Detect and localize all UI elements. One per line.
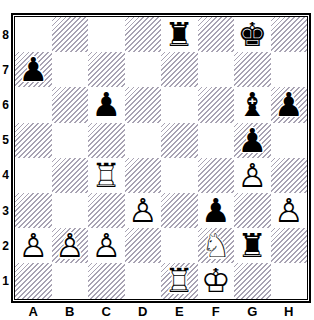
square-a8[interactable]: [15, 17, 52, 52]
square-g6[interactable]: ♝: [234, 87, 271, 122]
square-b6[interactable]: [52, 87, 89, 122]
rank-label-2: 2: [0, 228, 11, 263]
black-piece-glyph: ♚: [234, 17, 271, 52]
square-f5[interactable]: [198, 123, 235, 158]
rank-label-1: 1: [0, 263, 11, 298]
white-piece-outline: ♖: [161, 263, 198, 298]
square-h5[interactable]: [271, 123, 308, 158]
square-c4[interactable]: ♜♖: [88, 158, 125, 193]
square-b8[interactable]: [52, 17, 89, 52]
black-piece-glyph: ♜: [234, 228, 271, 263]
square-e8[interactable]: ♜: [161, 17, 198, 52]
square-d8[interactable]: [125, 17, 162, 52]
square-d3[interactable]: ♟♙: [125, 193, 162, 228]
white-rook[interactable]: ♜♖: [88, 158, 125, 193]
square-d1[interactable]: [125, 263, 162, 298]
square-b3[interactable]: [52, 193, 89, 228]
white-pawn[interactable]: ♟♙: [52, 228, 89, 263]
square-c1[interactable]: [88, 263, 125, 298]
file-label-f: F: [198, 304, 235, 319]
black-bishop[interactable]: ♝: [234, 87, 271, 122]
white-piece-outline: ♖: [88, 158, 125, 193]
black-piece-glyph: ♟: [15, 52, 52, 87]
square-e5[interactable]: [161, 123, 198, 158]
black-piece-glyph: ♟: [198, 193, 235, 228]
white-piece-outline: ♙: [15, 228, 52, 263]
square-g3[interactable]: [234, 193, 271, 228]
black-pawn[interactable]: ♟: [15, 52, 52, 87]
square-a6[interactable]: [15, 87, 52, 122]
square-b5[interactable]: [52, 123, 89, 158]
black-pawn[interactable]: ♟: [271, 87, 308, 122]
file-label-a: A: [15, 304, 52, 319]
square-e1[interactable]: ♜♖: [161, 263, 198, 298]
square-f2[interactable]: ♞♘: [198, 228, 235, 263]
square-d6[interactable]: [125, 87, 162, 122]
square-b7[interactable]: [52, 52, 89, 87]
square-f1[interactable]: ♚♔: [198, 263, 235, 298]
square-f3[interactable]: ♟: [198, 193, 235, 228]
square-f8[interactable]: [198, 17, 235, 52]
square-c7[interactable]: [88, 52, 125, 87]
square-h3[interactable]: ♟♙: [271, 193, 308, 228]
black-piece-glyph: ♟: [271, 87, 308, 122]
square-h1[interactable]: [271, 263, 308, 298]
square-d2[interactable]: [125, 228, 162, 263]
black-king[interactable]: ♚: [234, 17, 271, 52]
square-d4[interactable]: [125, 158, 162, 193]
square-g5[interactable]: ♟: [234, 123, 271, 158]
square-f6[interactable]: [198, 87, 235, 122]
square-c2[interactable]: ♟♙: [88, 228, 125, 263]
square-g8[interactable]: ♚: [234, 17, 271, 52]
square-g2[interactable]: ♜: [234, 228, 271, 263]
white-piece-outline: ♘: [198, 228, 235, 263]
rank-label-7: 7: [0, 52, 11, 87]
rank-label-4: 4: [0, 158, 11, 193]
square-f4[interactable]: [198, 158, 235, 193]
black-piece-glyph: ♝: [234, 87, 271, 122]
square-c8[interactable]: [88, 17, 125, 52]
white-king[interactable]: ♚♔: [198, 263, 235, 298]
black-rook[interactable]: ♜: [234, 228, 271, 263]
chess-diagram: 87654321 ♜♚♟♟♝♟♟♜♖♟♙♟♙♟♟♙♟♙♟♙♟♙♞♘♜♜♖♚♔ A…: [0, 0, 314, 320]
square-a7[interactable]: ♟: [15, 52, 52, 87]
square-a5[interactable]: [15, 123, 52, 158]
file-labels: ABCDEFGH: [15, 304, 307, 319]
square-d5[interactable]: [125, 123, 162, 158]
rank-label-3: 3: [0, 193, 11, 228]
file-label-g: G: [234, 304, 271, 319]
white-piece-outline: ♙: [125, 193, 162, 228]
square-e2[interactable]: [161, 228, 198, 263]
rank-label-6: 6: [0, 87, 11, 122]
board-grid: ♜♚♟♟♝♟♟♜♖♟♙♟♙♟♟♙♟♙♟♙♟♙♞♘♜♜♖♚♔: [14, 16, 308, 300]
white-piece-outline: ♙: [52, 228, 89, 263]
square-g1[interactable]: [234, 263, 271, 298]
white-knight[interactable]: ♞♘: [198, 228, 235, 263]
black-pawn[interactable]: ♟: [234, 123, 271, 158]
white-piece-outline: ♙: [271, 193, 308, 228]
square-h8[interactable]: [271, 17, 308, 52]
square-d7[interactable]: [125, 52, 162, 87]
square-e3[interactable]: [161, 193, 198, 228]
square-e6[interactable]: [161, 87, 198, 122]
white-pawn[interactable]: ♟♙: [271, 193, 308, 228]
square-a1[interactable]: [15, 263, 52, 298]
square-h2[interactable]: [271, 228, 308, 263]
black-rook[interactable]: ♜: [161, 17, 198, 52]
white-pawn[interactable]: ♟♙: [125, 193, 162, 228]
rank-labels: 87654321: [0, 17, 11, 299]
white-pawn[interactable]: ♟♙: [88, 228, 125, 263]
square-b2[interactable]: ♟♙: [52, 228, 89, 263]
square-g7[interactable]: [234, 52, 271, 87]
file-label-h: H: [271, 304, 308, 319]
square-f7[interactable]: [198, 52, 235, 87]
square-a2[interactable]: ♟♙: [15, 228, 52, 263]
square-b4[interactable]: [52, 158, 89, 193]
white-piece-outline: ♔: [198, 263, 235, 298]
file-label-d: D: [125, 304, 162, 319]
black-piece-glyph: ♟: [88, 87, 125, 122]
file-label-b: B: [52, 304, 89, 319]
square-a4[interactable]: [15, 158, 52, 193]
chess-board: ♜♚♟♟♝♟♟♜♖♟♙♟♙♟♟♙♟♙♟♙♟♙♞♘♜♜♖♚♔: [11, 13, 311, 303]
square-h7[interactable]: [271, 52, 308, 87]
white-piece-outline: ♙: [88, 228, 125, 263]
square-b1[interactable]: [52, 263, 89, 298]
square-g4[interactable]: ♟♙: [234, 158, 271, 193]
square-c6[interactable]: ♟: [88, 87, 125, 122]
rank-label-8: 8: [0, 17, 11, 52]
file-label-e: E: [161, 304, 198, 319]
square-h4[interactable]: [271, 158, 308, 193]
white-pawn[interactable]: ♟♙: [234, 158, 271, 193]
rank-label-5: 5: [0, 123, 11, 158]
square-h6[interactable]: ♟: [271, 87, 308, 122]
white-pawn[interactable]: ♟♙: [15, 228, 52, 263]
square-c3[interactable]: [88, 193, 125, 228]
white-piece-outline: ♙: [234, 158, 271, 193]
square-e4[interactable]: [161, 158, 198, 193]
black-pawn[interactable]: ♟: [88, 87, 125, 122]
black-pawn[interactable]: ♟: [198, 193, 235, 228]
square-a3[interactable]: [15, 193, 52, 228]
square-e7[interactable]: [161, 52, 198, 87]
black-piece-glyph: ♜: [161, 17, 198, 52]
file-label-c: C: [88, 304, 125, 319]
white-rook[interactable]: ♜♖: [161, 263, 198, 298]
black-piece-glyph: ♟: [234, 123, 271, 158]
square-c5[interactable]: [88, 123, 125, 158]
